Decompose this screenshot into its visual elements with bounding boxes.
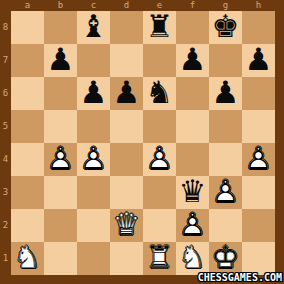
square-f6[interactable] [176, 77, 209, 110]
black-bishop-icon: ♝ [77, 11, 110, 44]
rank-label-1: 1 [0, 242, 11, 275]
square-c3[interactable] [77, 176, 110, 209]
square-a3[interactable] [11, 176, 44, 209]
square-d3[interactable] [110, 176, 143, 209]
square-b2[interactable] [44, 209, 77, 242]
square-f1[interactable]: ♞♘ [176, 242, 209, 275]
file-label-e: e [143, 0, 176, 11]
square-g8[interactable]: ♚ [209, 11, 242, 44]
square-d4[interactable] [110, 143, 143, 176]
white-pawn-icon: ♟♙ [77, 143, 110, 176]
square-c8[interactable]: ♝ [77, 11, 110, 44]
rank-label-7: 7 [0, 44, 11, 77]
black-knight-icon: ♞ [143, 77, 176, 110]
square-h7[interactable]: ♟ [242, 44, 275, 77]
square-c4[interactable]: ♟♙ [77, 143, 110, 176]
watermark-text: CHESSGAMES.COM [198, 272, 282, 284]
square-b5[interactable] [44, 110, 77, 143]
black-pawn-icon: ♟ [209, 77, 242, 110]
square-e5[interactable] [143, 110, 176, 143]
file-label-c: c [77, 0, 110, 11]
rank-label-8: 8 [0, 11, 11, 44]
square-f4[interactable] [176, 143, 209, 176]
white-queen-icon: ♛♕ [110, 209, 143, 242]
square-g4[interactable] [209, 143, 242, 176]
file-label-h: h [242, 0, 275, 11]
square-c6[interactable]: ♟ [77, 77, 110, 110]
file-label-f: f [176, 0, 209, 11]
white-pawn-icon: ♟♙ [209, 176, 242, 209]
square-c1[interactable] [77, 242, 110, 275]
white-pawn-icon: ♟♙ [242, 143, 275, 176]
rank-label-3: 3 [0, 176, 11, 209]
square-d7[interactable] [110, 44, 143, 77]
square-a6[interactable] [11, 77, 44, 110]
square-h4[interactable]: ♟♙ [242, 143, 275, 176]
square-b7[interactable]: ♟ [44, 44, 77, 77]
square-b4[interactable]: ♟♙ [44, 143, 77, 176]
rank-label-6: 6 [0, 77, 11, 110]
black-pawn-icon: ♟ [176, 44, 209, 77]
square-f5[interactable] [176, 110, 209, 143]
black-rook-icon: ♜ [143, 11, 176, 44]
file-label-g: g [209, 0, 242, 11]
rank-label-4: 4 [0, 143, 11, 176]
white-knight-icon: ♞♘ [176, 242, 209, 275]
file-labels: abcdefgh [11, 0, 275, 11]
square-h6[interactable] [242, 77, 275, 110]
white-pawn-icon: ♟♙ [143, 143, 176, 176]
file-label-b: b [44, 0, 77, 11]
square-b1[interactable] [44, 242, 77, 275]
square-h1[interactable] [242, 242, 275, 275]
white-pawn-icon: ♟♙ [176, 209, 209, 242]
square-d2[interactable]: ♛♕ [110, 209, 143, 242]
black-king-icon: ♚ [209, 11, 242, 44]
black-pawn-icon: ♟ [77, 77, 110, 110]
black-queen-icon: ♛ [176, 176, 209, 209]
square-a4[interactable] [11, 143, 44, 176]
square-e1[interactable]: ♜♖ [143, 242, 176, 275]
square-b6[interactable] [44, 77, 77, 110]
square-g5[interactable] [209, 110, 242, 143]
white-rook-icon: ♜♖ [143, 242, 176, 275]
square-g2[interactable] [209, 209, 242, 242]
square-f3[interactable]: ♛ [176, 176, 209, 209]
square-f7[interactable]: ♟ [176, 44, 209, 77]
square-a1[interactable]: ♞♘ [11, 242, 44, 275]
square-c5[interactable] [77, 110, 110, 143]
square-g3[interactable]: ♟♙ [209, 176, 242, 209]
square-d6[interactable]: ♟ [110, 77, 143, 110]
square-d5[interactable] [110, 110, 143, 143]
square-d8[interactable] [110, 11, 143, 44]
white-king-icon: ♚♔ [209, 242, 242, 275]
square-g6[interactable]: ♟ [209, 77, 242, 110]
square-e2[interactable] [143, 209, 176, 242]
square-f8[interactable] [176, 11, 209, 44]
white-pawn-icon: ♟♙ [44, 143, 77, 176]
square-h5[interactable] [242, 110, 275, 143]
square-h3[interactable] [242, 176, 275, 209]
chess-board: ♝♜♚♟♟♟♟♟♞♟♟♙♟♙♟♙♟♙♛♟♙♛♕♟♙♞♘♜♖♞♘♚♔ [11, 11, 275, 275]
square-e8[interactable]: ♜ [143, 11, 176, 44]
square-b8[interactable] [44, 11, 77, 44]
square-e4[interactable]: ♟♙ [143, 143, 176, 176]
black-pawn-icon: ♟ [110, 77, 143, 110]
square-h8[interactable] [242, 11, 275, 44]
square-e6[interactable]: ♞ [143, 77, 176, 110]
square-c2[interactable] [77, 209, 110, 242]
square-g1[interactable]: ♚♔ [209, 242, 242, 275]
black-pawn-icon: ♟ [44, 44, 77, 77]
rank-label-2: 2 [0, 209, 11, 242]
square-f2[interactable]: ♟♙ [176, 209, 209, 242]
square-e7[interactable] [143, 44, 176, 77]
file-label-a: a [11, 0, 44, 11]
square-a5[interactable] [11, 110, 44, 143]
black-pawn-icon: ♟ [242, 44, 275, 77]
square-d1[interactable] [110, 242, 143, 275]
square-a8[interactable] [11, 11, 44, 44]
rank-label-5: 5 [0, 110, 11, 143]
square-h2[interactable] [242, 209, 275, 242]
square-b3[interactable] [44, 176, 77, 209]
file-label-d: d [110, 0, 143, 11]
square-g7[interactable] [209, 44, 242, 77]
rank-labels: 87654321 [0, 11, 11, 275]
square-a2[interactable] [11, 209, 44, 242]
white-knight-icon: ♞♘ [11, 242, 44, 275]
square-c7[interactable] [77, 44, 110, 77]
square-e3[interactable] [143, 176, 176, 209]
square-a7[interactable] [11, 44, 44, 77]
chess-board-frame: abcdefgh 87654321 ♝♜♚♟♟♟♟♟♞♟♟♙♟♙♟♙♟♙♛♟♙♛… [0, 0, 284, 284]
